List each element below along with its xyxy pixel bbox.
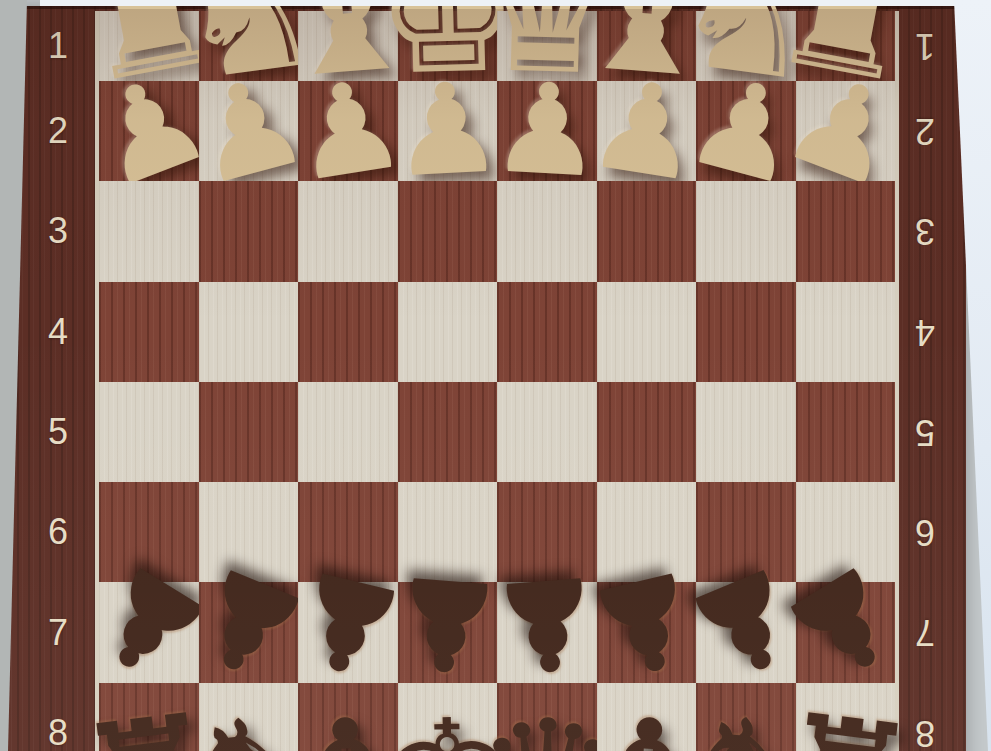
chessboard-photo: ♜♞♝♚♛♝♞♜♟♟♟♟♟♟♟♟♟♟♟♟♟♟♟♟♜♞♝♚♛♝♞♜ 1234567… [0,0,991,751]
rank-label-5: 5 [896,382,954,482]
square-g2[interactable]: ♟ [199,81,299,181]
square-d3[interactable] [497,181,597,281]
square-a2[interactable]: ♟ [796,81,896,181]
rank-label-3: 3 [896,181,954,281]
rank-label-1: 1 [896,11,954,81]
square-b5[interactable] [696,382,796,482]
square-f7[interactable]: ♟ [298,582,398,682]
square-c3[interactable] [597,181,697,281]
square-h4[interactable] [99,282,199,382]
square-a3[interactable] [796,181,896,281]
square-a4[interactable] [796,282,896,382]
square-e4[interactable] [398,282,498,382]
rank-label-2: 2 [26,81,90,181]
rank-label-6: 6 [26,482,90,582]
square-b3[interactable] [696,181,796,281]
rank-label-7: 7 [26,582,90,682]
rank-label-5: 5 [26,382,90,482]
square-f5[interactable] [298,382,398,482]
square-a7[interactable]: ♟ [796,582,896,682]
square-g5[interactable] [199,382,299,482]
square-e5[interactable] [398,382,498,482]
square-e2[interactable]: ♟ [398,81,498,181]
background-wall-top [40,0,991,6]
square-d4[interactable] [497,282,597,382]
rank-label-3: 3 [26,181,90,281]
rank-label-2: 2 [896,81,954,181]
rank-label-4: 4 [26,282,90,382]
square-d2[interactable]: ♟ [497,81,597,181]
rank-label-6: 6 [896,482,954,582]
rank-label-7: 7 [896,582,954,682]
rank-labels-right: 12345678 [896,11,954,751]
square-a8[interactable]: ♜ [796,683,896,751]
square-d5[interactable] [497,382,597,482]
square-e7[interactable]: ♟ [398,582,498,682]
square-f2[interactable]: ♟ [298,81,398,181]
square-h3[interactable] [99,181,199,281]
square-f3[interactable] [298,181,398,281]
rank-label-8: 8 [896,683,954,751]
square-a5[interactable] [796,382,896,482]
rank-label-4: 4 [896,282,954,382]
square-g4[interactable] [199,282,299,382]
square-f4[interactable] [298,282,398,382]
board-grid: ♜♞♝♚♛♝♞♜♟♟♟♟♟♟♟♟♟♟♟♟♟♟♟♟♜♞♝♚♛♝♞♜ [95,11,899,751]
rank-label-8: 8 [26,683,90,751]
rank-label-1: 1 [26,11,90,81]
rank-labels-left: 12345678 [26,11,90,751]
chess-board: ♜♞♝♚♛♝♞♜♟♟♟♟♟♟♟♟♟♟♟♟♟♟♟♟♜♞♝♚♛♝♞♜ 1234567… [6,6,966,751]
square-c5[interactable] [597,382,697,482]
square-e3[interactable] [398,181,498,281]
square-c4[interactable] [597,282,697,382]
square-h5[interactable] [99,382,199,482]
square-g3[interactable] [199,181,299,281]
square-b4[interactable] [696,282,796,382]
